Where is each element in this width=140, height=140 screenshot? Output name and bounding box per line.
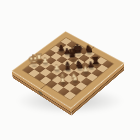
chess-piece-white-K: ♚: [25, 53, 42, 66]
chess-piece-white-B: ♝: [54, 72, 71, 84]
product-photo: ♞♚♜♟♟♛♟♞♟♝♜♟♟♞♚♝: [0, 0, 140, 140]
brass-clasp: [39, 91, 42, 95]
chess-piece-black-B: ♝: [59, 60, 76, 72]
chess-piece-black-Q: ♛: [64, 47, 81, 59]
